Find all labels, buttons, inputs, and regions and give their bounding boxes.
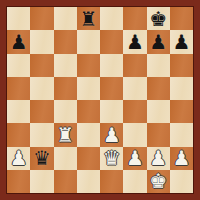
square-b3[interactable] xyxy=(30,123,53,146)
square-d7[interactable] xyxy=(77,30,100,53)
square-h4[interactable] xyxy=(170,100,193,123)
square-f2[interactable]: ♟ xyxy=(123,147,146,170)
square-h6[interactable] xyxy=(170,54,193,77)
square-c6[interactable] xyxy=(54,54,77,77)
square-c1[interactable] xyxy=(54,170,77,193)
square-e4[interactable] xyxy=(100,100,123,123)
black-king-g8[interactable]: ♚ xyxy=(147,7,170,30)
square-a1[interactable] xyxy=(7,170,30,193)
square-c8[interactable] xyxy=(54,7,77,30)
white-pawn-h2[interactable]: ♟ xyxy=(170,147,193,170)
white-queen-e2[interactable]: ♛ xyxy=(100,147,123,170)
square-b8[interactable] xyxy=(30,7,53,30)
square-a8[interactable] xyxy=(7,7,30,30)
square-e2[interactable]: ♛ xyxy=(100,147,123,170)
white-king-g1[interactable]: ♚ xyxy=(147,170,170,193)
square-h2[interactable]: ♟ xyxy=(170,147,193,170)
white-pawn-a2[interactable]: ♟ xyxy=(7,147,30,170)
white-pawn-e3[interactable]: ♟ xyxy=(100,123,123,146)
black-pawn-h7[interactable]: ♟ xyxy=(170,30,193,53)
black-pawn-f7[interactable]: ♟ xyxy=(123,30,146,53)
square-d2[interactable] xyxy=(77,147,100,170)
square-c4[interactable] xyxy=(54,100,77,123)
square-f6[interactable] xyxy=(123,54,146,77)
square-c7[interactable] xyxy=(54,30,77,53)
square-f3[interactable] xyxy=(123,123,146,146)
black-queen-b2[interactable]: ♛ xyxy=(30,147,53,170)
square-h3[interactable] xyxy=(170,123,193,146)
square-e3[interactable]: ♟ xyxy=(100,123,123,146)
black-pawn-a7[interactable]: ♟ xyxy=(7,30,30,53)
square-g8[interactable]: ♚ xyxy=(147,7,170,30)
square-a4[interactable] xyxy=(7,100,30,123)
square-d1[interactable] xyxy=(77,170,100,193)
square-g6[interactable] xyxy=(147,54,170,77)
white-pawn-f2[interactable]: ♟ xyxy=(123,147,146,170)
square-f4[interactable] xyxy=(123,100,146,123)
square-g7[interactable]: ♟ xyxy=(147,30,170,53)
square-b5[interactable] xyxy=(30,77,53,100)
black-rook-d8[interactable]: ♜ xyxy=(77,7,100,30)
square-e1[interactable] xyxy=(100,170,123,193)
square-a2[interactable]: ♟ xyxy=(7,147,30,170)
square-h8[interactable] xyxy=(170,7,193,30)
square-f7[interactable]: ♟ xyxy=(123,30,146,53)
square-b1[interactable] xyxy=(30,170,53,193)
square-c3[interactable]: ♜ xyxy=(54,123,77,146)
square-a7[interactable]: ♟ xyxy=(7,30,30,53)
square-c2[interactable] xyxy=(54,147,77,170)
square-a6[interactable] xyxy=(7,54,30,77)
square-d3[interactable] xyxy=(77,123,100,146)
white-pawn-g2[interactable]: ♟ xyxy=(147,147,170,170)
square-f8[interactable] xyxy=(123,7,146,30)
black-pawn-g7[interactable]: ♟ xyxy=(147,30,170,53)
square-c5[interactable] xyxy=(54,77,77,100)
square-g3[interactable] xyxy=(147,123,170,146)
white-rook-c3[interactable]: ♜ xyxy=(54,123,77,146)
square-d8[interactable]: ♜ xyxy=(77,7,100,30)
chess-board-squares: ♜♚♟♟♟♟♜♟♟♛♛♟♟♟♚ xyxy=(6,6,194,194)
square-e7[interactable] xyxy=(100,30,123,53)
square-d5[interactable] xyxy=(77,77,100,100)
square-e8[interactable] xyxy=(100,7,123,30)
square-f5[interactable] xyxy=(123,77,146,100)
square-b7[interactable] xyxy=(30,30,53,53)
square-g2[interactable]: ♟ xyxy=(147,147,170,170)
square-d4[interactable] xyxy=(77,100,100,123)
square-a5[interactable] xyxy=(7,77,30,100)
square-a3[interactable] xyxy=(7,123,30,146)
square-g5[interactable] xyxy=(147,77,170,100)
square-b6[interactable] xyxy=(30,54,53,77)
square-e5[interactable] xyxy=(100,77,123,100)
square-h7[interactable]: ♟ xyxy=(170,30,193,53)
square-b2[interactable]: ♛ xyxy=(30,147,53,170)
square-e6[interactable] xyxy=(100,54,123,77)
square-h1[interactable] xyxy=(170,170,193,193)
square-f1[interactable] xyxy=(123,170,146,193)
square-h5[interactable] xyxy=(170,77,193,100)
chess-board: ♜♚♟♟♟♟♜♟♟♛♛♟♟♟♚ xyxy=(0,0,200,200)
square-g1[interactable]: ♚ xyxy=(147,170,170,193)
square-g4[interactable] xyxy=(147,100,170,123)
square-d6[interactable] xyxy=(77,54,100,77)
square-b4[interactable] xyxy=(30,100,53,123)
